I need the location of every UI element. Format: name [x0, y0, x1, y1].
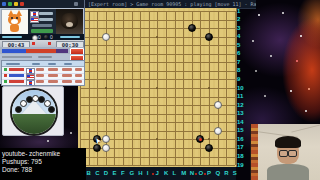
- info-text-line: [39, 12, 53, 15]
- row-player-name: [9, 68, 24, 71]
- badge-go-stone: [48, 106, 55, 113]
- byoyomi-marker-left: [32, 42, 35, 45]
- webcam-feed: [250, 124, 320, 180]
- row-number-cell: [62, 68, 72, 71]
- row-number-cell: [48, 68, 58, 71]
- player-right-avatar-dog: [56, 9, 83, 34]
- win-rate-blue-segment: [2, 49, 26, 53]
- black-stone-icon: [44, 35, 48, 39]
- usa-flag-icon: [30, 17, 39, 23]
- row-number-cell: [62, 80, 72, 83]
- header-icon-green[interactable]: [8, 2, 12, 6]
- person-glasses: [279, 150, 297, 155]
- player-info-table[interactable]: [1, 60, 85, 86]
- row-player-name: [9, 80, 24, 83]
- us-go-congress-logo: [10, 88, 58, 136]
- row-status-marker: [4, 74, 7, 77]
- column-coordinates-strip: [78, 167, 236, 180]
- done-count-text: Done: 788: [2, 166, 86, 174]
- table-header-cell: [6, 63, 20, 65]
- pushups-count-text: Pushups: 795: [2, 158, 86, 166]
- row-number-cell: [36, 80, 44, 83]
- win-rate-track: [2, 49, 68, 53]
- row-number-cell: [48, 80, 58, 83]
- row-number-cell: [75, 74, 82, 77]
- byoyomi-marker-right: [48, 42, 51, 45]
- match-info-center: [28, 9, 56, 34]
- row-status-marker: [4, 68, 7, 71]
- info-green-strip: [31, 29, 53, 33]
- player-left-name: [2, 36, 22, 39]
- row-number-cell: [36, 74, 44, 77]
- row-status-marker: [4, 80, 7, 83]
- badge-go-stone: [15, 106, 22, 113]
- player-right-name: [60, 36, 80, 39]
- header-icon-red[interactable]: [20, 2, 24, 6]
- ceiling-line: [291, 124, 320, 132]
- kr-flag-icon: [26, 80, 35, 86]
- row-number-cell: [48, 74, 58, 77]
- row-number-cell: [36, 68, 44, 71]
- dog-photo-icon: [61, 13, 78, 29]
- person-shirt: [267, 164, 309, 180]
- game-room-title: > [Expert room] > Game room 90905 : play…: [82, 1, 256, 7]
- table-row[interactable]: [2, 79, 84, 86]
- client-header-bar: [0, 0, 84, 8]
- row-number-cell: [75, 68, 82, 71]
- youtube-handle-text: youtube- zchenmike: [2, 150, 86, 158]
- screenshot-stage: > [Expert room] > Game room 90905 : play…: [0, 0, 320, 180]
- timer-row: 00:43 00:30: [0, 40, 84, 47]
- row-number-cell: [62, 74, 72, 77]
- info-text-line: [39, 18, 53, 21]
- header-icon-yellow[interactable]: [14, 2, 18, 6]
- header-icon-blue[interactable]: [2, 2, 6, 6]
- info-text-line: [32, 24, 52, 27]
- table-header-cell: [48, 63, 56, 65]
- bookshelf-strip: [251, 124, 258, 180]
- slider-text: [38, 56, 52, 58]
- badge-card: [2, 86, 64, 136]
- win-rate-red-segment: [26, 49, 56, 53]
- move-slider-track[interactable]: [2, 56, 32, 58]
- go-client-panel: 0 0 00:43 00:30: [0, 0, 85, 84]
- table-header-cell: [32, 63, 40, 65]
- table-header-cell: [64, 63, 72, 65]
- badge-ground: [12, 114, 56, 134]
- player-left-avatar-fox: [1, 9, 29, 36]
- row-number-cell: [75, 80, 82, 83]
- stream-text-overlay: youtube- zchenmike Pushups: 795 Done: 78…: [0, 148, 86, 180]
- fox-body-icon: [10, 24, 19, 32]
- header-icon-menu[interactable]: [74, 2, 78, 6]
- person-hair: [275, 136, 301, 148]
- win-rate-row: [0, 47, 84, 54]
- go-board[interactable]: [78, 8, 237, 167]
- row-player-name: [9, 74, 24, 77]
